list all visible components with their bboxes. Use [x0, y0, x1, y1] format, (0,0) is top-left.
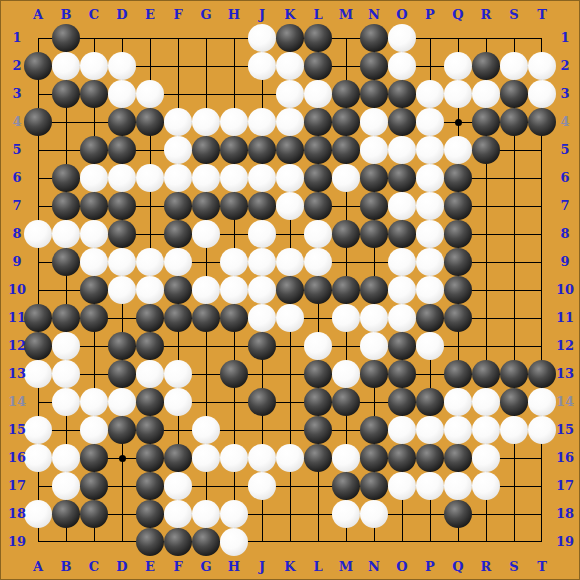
intersection-F16[interactable]	[164, 444, 192, 472]
intersection-B19[interactable]	[52, 528, 80, 556]
intersection-P10[interactable]	[416, 276, 444, 304]
intersection-N15[interactable]	[360, 416, 388, 444]
intersection-E9[interactable]	[136, 248, 164, 276]
intersection-Q17[interactable]	[444, 472, 472, 500]
intersection-G2[interactable]	[192, 52, 220, 80]
intersection-H10[interactable]	[220, 276, 248, 304]
intersection-C18[interactable]	[80, 500, 108, 528]
intersection-H16[interactable]	[220, 444, 248, 472]
intersection-Q3[interactable]	[444, 80, 472, 108]
intersection-F13[interactable]	[164, 360, 192, 388]
intersection-L5[interactable]	[304, 136, 332, 164]
intersection-O13[interactable]	[388, 360, 416, 388]
intersection-C7[interactable]	[80, 192, 108, 220]
intersection-J19[interactable]	[248, 528, 276, 556]
intersection-B15[interactable]	[52, 416, 80, 444]
intersection-B18[interactable]	[52, 500, 80, 528]
intersection-C15[interactable]	[80, 416, 108, 444]
intersection-P8[interactable]	[416, 220, 444, 248]
intersection-O4[interactable]	[388, 108, 416, 136]
intersection-F19[interactable]	[164, 528, 192, 556]
intersection-H5[interactable]	[220, 136, 248, 164]
intersection-E8[interactable]	[136, 220, 164, 248]
intersection-K11[interactable]	[276, 304, 304, 332]
intersection-N10[interactable]	[360, 276, 388, 304]
intersection-G13[interactable]	[192, 360, 220, 388]
intersection-N4[interactable]	[360, 108, 388, 136]
intersection-N17[interactable]	[360, 472, 388, 500]
intersection-N5[interactable]	[360, 136, 388, 164]
intersection-P6[interactable]	[416, 164, 444, 192]
intersection-O2[interactable]	[388, 52, 416, 80]
intersection-H12[interactable]	[220, 332, 248, 360]
intersection-E19[interactable]	[136, 528, 164, 556]
intersection-C12[interactable]	[80, 332, 108, 360]
intersection-G1[interactable]	[192, 24, 220, 52]
intersection-E6[interactable]	[136, 164, 164, 192]
intersection-H15[interactable]	[220, 416, 248, 444]
intersection-N3[interactable]	[360, 80, 388, 108]
intersection-P13[interactable]	[416, 360, 444, 388]
intersection-M5[interactable]	[332, 136, 360, 164]
intersection-H18[interactable]	[220, 500, 248, 528]
intersection-P7[interactable]	[416, 192, 444, 220]
intersection-P4[interactable]	[416, 108, 444, 136]
intersection-J11[interactable]	[248, 304, 276, 332]
intersection-G18[interactable]	[192, 500, 220, 528]
intersection-O11[interactable]	[388, 304, 416, 332]
intersection-R1[interactable]	[472, 24, 500, 52]
intersection-E1[interactable]	[136, 24, 164, 52]
intersection-D16[interactable]	[108, 444, 136, 472]
intersection-G5[interactable]	[192, 136, 220, 164]
intersection-R18[interactable]	[472, 500, 500, 528]
intersection-R11[interactable]	[472, 304, 500, 332]
intersection-C1[interactable]	[80, 24, 108, 52]
intersection-P1[interactable]	[416, 24, 444, 52]
intersection-K13[interactable]	[276, 360, 304, 388]
intersection-N7[interactable]	[360, 192, 388, 220]
intersection-B1[interactable]	[52, 24, 80, 52]
intersection-S3[interactable]	[500, 80, 528, 108]
intersection-M9[interactable]	[332, 248, 360, 276]
intersection-S19[interactable]	[500, 528, 528, 556]
intersection-Q15[interactable]	[444, 416, 472, 444]
intersection-D3[interactable]	[108, 80, 136, 108]
intersection-B8[interactable]	[52, 220, 80, 248]
intersection-K10[interactable]	[276, 276, 304, 304]
intersection-K19[interactable]	[276, 528, 304, 556]
intersection-N9[interactable]	[360, 248, 388, 276]
intersection-M6[interactable]	[332, 164, 360, 192]
intersection-S5[interactable]	[500, 136, 528, 164]
intersection-B7[interactable]	[52, 192, 80, 220]
intersection-B3[interactable]	[52, 80, 80, 108]
intersection-J1[interactable]	[248, 24, 276, 52]
intersection-M16[interactable]	[332, 444, 360, 472]
intersection-O15[interactable]	[388, 416, 416, 444]
intersection-L8[interactable]	[304, 220, 332, 248]
intersection-Q11[interactable]	[444, 304, 472, 332]
intersection-M19[interactable]	[332, 528, 360, 556]
intersection-L19[interactable]	[304, 528, 332, 556]
intersection-S15[interactable]	[500, 416, 528, 444]
intersection-J14[interactable]	[248, 388, 276, 416]
intersection-P14[interactable]	[416, 388, 444, 416]
intersection-G3[interactable]	[192, 80, 220, 108]
intersection-D18[interactable]	[108, 500, 136, 528]
intersection-J3[interactable]	[248, 80, 276, 108]
intersection-F3[interactable]	[164, 80, 192, 108]
intersection-K6[interactable]	[276, 164, 304, 192]
intersection-O6[interactable]	[388, 164, 416, 192]
intersection-F5[interactable]	[164, 136, 192, 164]
intersection-Q18[interactable]	[444, 500, 472, 528]
intersection-K14[interactable]	[276, 388, 304, 416]
intersection-G16[interactable]	[192, 444, 220, 472]
intersection-E5[interactable]	[136, 136, 164, 164]
intersection-Q7[interactable]	[444, 192, 472, 220]
intersection-B2[interactable]	[52, 52, 80, 80]
intersection-Q9[interactable]	[444, 248, 472, 276]
intersection-L9[interactable]	[304, 248, 332, 276]
intersection-L17[interactable]	[304, 472, 332, 500]
intersection-R9[interactable]	[472, 248, 500, 276]
intersection-H9[interactable]	[220, 248, 248, 276]
intersection-K5[interactable]	[276, 136, 304, 164]
intersection-H2[interactable]	[220, 52, 248, 80]
intersection-B9[interactable]	[52, 248, 80, 276]
intersection-L13[interactable]	[304, 360, 332, 388]
intersection-F8[interactable]	[164, 220, 192, 248]
intersection-L15[interactable]	[304, 416, 332, 444]
intersection-D1[interactable]	[108, 24, 136, 52]
intersection-O8[interactable]	[388, 220, 416, 248]
intersection-S14[interactable]	[500, 388, 528, 416]
intersection-C3[interactable]	[80, 80, 108, 108]
intersection-E4[interactable]	[136, 108, 164, 136]
intersection-N11[interactable]	[360, 304, 388, 332]
intersection-N18[interactable]	[360, 500, 388, 528]
intersection-M4[interactable]	[332, 108, 360, 136]
intersection-E3[interactable]	[136, 80, 164, 108]
intersection-Q4[interactable]	[444, 108, 472, 136]
intersection-G14[interactable]	[192, 388, 220, 416]
intersection-B6[interactable]	[52, 164, 80, 192]
intersection-J6[interactable]	[248, 164, 276, 192]
intersection-Q19[interactable]	[444, 528, 472, 556]
intersection-P2[interactable]	[416, 52, 444, 80]
intersection-L7[interactable]	[304, 192, 332, 220]
intersection-R2[interactable]	[472, 52, 500, 80]
intersection-L1[interactable]	[304, 24, 332, 52]
intersection-O3[interactable]	[388, 80, 416, 108]
intersection-E2[interactable]	[136, 52, 164, 80]
intersection-H19[interactable]	[220, 528, 248, 556]
intersection-J13[interactable]	[248, 360, 276, 388]
intersection-N13[interactable]	[360, 360, 388, 388]
intersection-B12[interactable]	[52, 332, 80, 360]
intersection-D10[interactable]	[108, 276, 136, 304]
intersection-M15[interactable]	[332, 416, 360, 444]
intersection-F1[interactable]	[164, 24, 192, 52]
intersection-K3[interactable]	[276, 80, 304, 108]
intersection-P11[interactable]	[416, 304, 444, 332]
intersection-L11[interactable]	[304, 304, 332, 332]
intersection-C6[interactable]	[80, 164, 108, 192]
intersection-C13[interactable]	[80, 360, 108, 388]
intersection-P19[interactable]	[416, 528, 444, 556]
intersection-K8[interactable]	[276, 220, 304, 248]
intersection-J15[interactable]	[248, 416, 276, 444]
intersection-D9[interactable]	[108, 248, 136, 276]
intersection-N12[interactable]	[360, 332, 388, 360]
intersection-J2[interactable]	[248, 52, 276, 80]
intersection-Q13[interactable]	[444, 360, 472, 388]
intersection-S17[interactable]	[500, 472, 528, 500]
intersection-F7[interactable]	[164, 192, 192, 220]
intersection-S6[interactable]	[500, 164, 528, 192]
intersection-L12[interactable]	[304, 332, 332, 360]
intersection-D14[interactable]	[108, 388, 136, 416]
intersection-Q12[interactable]	[444, 332, 472, 360]
intersection-K16[interactable]	[276, 444, 304, 472]
intersection-K15[interactable]	[276, 416, 304, 444]
intersection-N6[interactable]	[360, 164, 388, 192]
intersection-P3[interactable]	[416, 80, 444, 108]
intersection-P17[interactable]	[416, 472, 444, 500]
intersection-D17[interactable]	[108, 472, 136, 500]
intersection-M12[interactable]	[332, 332, 360, 360]
intersection-E14[interactable]	[136, 388, 164, 416]
intersection-K4[interactable]	[276, 108, 304, 136]
intersection-M1[interactable]	[332, 24, 360, 52]
intersection-O14[interactable]	[388, 388, 416, 416]
intersection-C19[interactable]	[80, 528, 108, 556]
intersection-P12[interactable]	[416, 332, 444, 360]
intersection-J4[interactable]	[248, 108, 276, 136]
intersection-F14[interactable]	[164, 388, 192, 416]
intersection-R5[interactable]	[472, 136, 500, 164]
intersection-N16[interactable]	[360, 444, 388, 472]
intersection-R8[interactable]	[472, 220, 500, 248]
intersection-K1[interactable]	[276, 24, 304, 52]
intersection-G12[interactable]	[192, 332, 220, 360]
intersection-H1[interactable]	[220, 24, 248, 52]
intersection-C10[interactable]	[80, 276, 108, 304]
intersection-F17[interactable]	[164, 472, 192, 500]
intersection-K12[interactable]	[276, 332, 304, 360]
intersection-O18[interactable]	[388, 500, 416, 528]
intersection-D8[interactable]	[108, 220, 136, 248]
intersection-J16[interactable]	[248, 444, 276, 472]
intersection-J5[interactable]	[248, 136, 276, 164]
intersection-H7[interactable]	[220, 192, 248, 220]
intersection-G4[interactable]	[192, 108, 220, 136]
intersection-F10[interactable]	[164, 276, 192, 304]
intersection-R19[interactable]	[472, 528, 500, 556]
intersection-P5[interactable]	[416, 136, 444, 164]
intersection-B13[interactable]	[52, 360, 80, 388]
intersection-B5[interactable]	[52, 136, 80, 164]
intersection-L14[interactable]	[304, 388, 332, 416]
intersection-P18[interactable]	[416, 500, 444, 528]
intersection-N14[interactable]	[360, 388, 388, 416]
intersection-D15[interactable]	[108, 416, 136, 444]
intersection-H13[interactable]	[220, 360, 248, 388]
intersection-C16[interactable]	[80, 444, 108, 472]
intersection-D12[interactable]	[108, 332, 136, 360]
intersection-M10[interactable]	[332, 276, 360, 304]
intersection-N1[interactable]	[360, 24, 388, 52]
intersection-Q8[interactable]	[444, 220, 472, 248]
intersection-P16[interactable]	[416, 444, 444, 472]
intersection-L16[interactable]	[304, 444, 332, 472]
intersection-R17[interactable]	[472, 472, 500, 500]
intersection-R3[interactable]	[472, 80, 500, 108]
intersection-C9[interactable]	[80, 248, 108, 276]
intersection-G15[interactable]	[192, 416, 220, 444]
intersection-H11[interactable]	[220, 304, 248, 332]
intersection-O5[interactable]	[388, 136, 416, 164]
intersection-C11[interactable]	[80, 304, 108, 332]
intersection-F9[interactable]	[164, 248, 192, 276]
intersection-C2[interactable]	[80, 52, 108, 80]
intersection-B17[interactable]	[52, 472, 80, 500]
intersection-M18[interactable]	[332, 500, 360, 528]
intersection-R10[interactable]	[472, 276, 500, 304]
intersection-S2[interactable]	[500, 52, 528, 80]
intersection-B14[interactable]	[52, 388, 80, 416]
intersection-L2[interactable]	[304, 52, 332, 80]
intersection-S7[interactable]	[500, 192, 528, 220]
intersection-M2[interactable]	[332, 52, 360, 80]
intersection-H17[interactable]	[220, 472, 248, 500]
intersection-K9[interactable]	[276, 248, 304, 276]
intersection-J9[interactable]	[248, 248, 276, 276]
intersection-S8[interactable]	[500, 220, 528, 248]
intersection-D7[interactable]	[108, 192, 136, 220]
intersection-S9[interactable]	[500, 248, 528, 276]
intersection-J17[interactable]	[248, 472, 276, 500]
intersection-G6[interactable]	[192, 164, 220, 192]
intersection-K17[interactable]	[276, 472, 304, 500]
intersection-L6[interactable]	[304, 164, 332, 192]
intersection-Q5[interactable]	[444, 136, 472, 164]
intersection-H3[interactable]	[220, 80, 248, 108]
intersection-D11[interactable]	[108, 304, 136, 332]
intersection-H6[interactable]	[220, 164, 248, 192]
intersection-O10[interactable]	[388, 276, 416, 304]
intersection-R6[interactable]	[472, 164, 500, 192]
intersection-H4[interactable]	[220, 108, 248, 136]
intersection-D6[interactable]	[108, 164, 136, 192]
intersection-G8[interactable]	[192, 220, 220, 248]
intersection-G7[interactable]	[192, 192, 220, 220]
intersection-E10[interactable]	[136, 276, 164, 304]
intersection-F12[interactable]	[164, 332, 192, 360]
intersection-O7[interactable]	[388, 192, 416, 220]
intersection-D19[interactable]	[108, 528, 136, 556]
intersection-C8[interactable]	[80, 220, 108, 248]
intersection-E17[interactable]	[136, 472, 164, 500]
intersection-E7[interactable]	[136, 192, 164, 220]
intersection-J18[interactable]	[248, 500, 276, 528]
intersection-O19[interactable]	[388, 528, 416, 556]
intersection-O16[interactable]	[388, 444, 416, 472]
intersection-Q10[interactable]	[444, 276, 472, 304]
intersection-R14[interactable]	[472, 388, 500, 416]
intersection-M13[interactable]	[332, 360, 360, 388]
intersection-F15[interactable]	[164, 416, 192, 444]
intersection-J12[interactable]	[248, 332, 276, 360]
intersection-K2[interactable]	[276, 52, 304, 80]
intersection-G9[interactable]	[192, 248, 220, 276]
intersection-E12[interactable]	[136, 332, 164, 360]
intersection-F2[interactable]	[164, 52, 192, 80]
intersection-H8[interactable]	[220, 220, 248, 248]
intersection-K18[interactable]	[276, 500, 304, 528]
intersection-R16[interactable]	[472, 444, 500, 472]
intersection-D2[interactable]	[108, 52, 136, 80]
intersection-G17[interactable]	[192, 472, 220, 500]
intersection-C4[interactable]	[80, 108, 108, 136]
intersection-O1[interactable]	[388, 24, 416, 52]
intersection-M11[interactable]	[332, 304, 360, 332]
intersection-F11[interactable]	[164, 304, 192, 332]
intersection-C17[interactable]	[80, 472, 108, 500]
intersection-Q1[interactable]	[444, 24, 472, 52]
intersection-Q6[interactable]	[444, 164, 472, 192]
intersection-G10[interactable]	[192, 276, 220, 304]
intersection-R4[interactable]	[472, 108, 500, 136]
intersection-R13[interactable]	[472, 360, 500, 388]
intersection-F6[interactable]	[164, 164, 192, 192]
intersection-L10[interactable]	[304, 276, 332, 304]
intersection-B11[interactable]	[52, 304, 80, 332]
intersection-E16[interactable]	[136, 444, 164, 472]
intersection-E15[interactable]	[136, 416, 164, 444]
intersection-S1[interactable]	[500, 24, 528, 52]
intersection-R7[interactable]	[472, 192, 500, 220]
intersection-S16[interactable]	[500, 444, 528, 472]
intersection-M3[interactable]	[332, 80, 360, 108]
intersection-O12[interactable]	[388, 332, 416, 360]
intersection-S10[interactable]	[500, 276, 528, 304]
intersection-K7[interactable]	[276, 192, 304, 220]
intersection-R12[interactable]	[472, 332, 500, 360]
intersection-E13[interactable]	[136, 360, 164, 388]
intersection-Q16[interactable]	[444, 444, 472, 472]
intersection-O17[interactable]	[388, 472, 416, 500]
intersection-J8[interactable]	[248, 220, 276, 248]
intersection-L18[interactable]	[304, 500, 332, 528]
intersection-N2[interactable]	[360, 52, 388, 80]
intersection-S12[interactable]	[500, 332, 528, 360]
intersection-N19[interactable]	[360, 528, 388, 556]
intersection-R15[interactable]	[472, 416, 500, 444]
intersection-N8[interactable]	[360, 220, 388, 248]
intersection-P15[interactable]	[416, 416, 444, 444]
intersection-M8[interactable]	[332, 220, 360, 248]
intersection-D4[interactable]	[108, 108, 136, 136]
intersection-S18[interactable]	[500, 500, 528, 528]
intersection-S13[interactable]	[500, 360, 528, 388]
intersection-D5[interactable]	[108, 136, 136, 164]
intersection-F18[interactable]	[164, 500, 192, 528]
intersection-C14[interactable]	[80, 388, 108, 416]
intersection-G19[interactable]	[192, 528, 220, 556]
